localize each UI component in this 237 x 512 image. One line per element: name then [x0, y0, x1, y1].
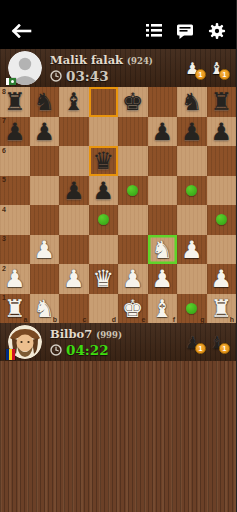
clock-icon — [50, 70, 62, 82]
file-label: d — [112, 316, 116, 323]
square-a3[interactable]: 3 — [0, 235, 30, 265]
opponent-avatar[interactable] — [8, 51, 42, 85]
square-g3[interactable]: ♟ — [177, 235, 207, 265]
square-e8[interactable]: ♚ — [118, 87, 148, 117]
piece-black-bishop[interactable]: ♝ — [63, 87, 85, 116]
square-e3[interactable] — [118, 235, 148, 265]
square-f2[interactable]: ♟ — [148, 264, 178, 294]
file-label: g — [200, 316, 204, 323]
square-c3[interactable] — [59, 235, 89, 265]
file-label: f — [173, 316, 175, 323]
file-label: c — [83, 316, 87, 323]
square-h4[interactable] — [207, 205, 237, 235]
piece-white-pawn[interactable]: ♟ — [181, 235, 203, 264]
piece-white-bishop[interactable]: ♝ — [151, 294, 173, 323]
square-g5[interactable] — [177, 176, 207, 206]
rank-label: 6 — [2, 147, 6, 154]
player-rating: (999) — [96, 330, 122, 340]
square-c6[interactable] — [59, 146, 89, 176]
opponent-name: Malik falak — [50, 53, 123, 67]
square-d5[interactable]: ♟ — [89, 176, 119, 206]
piece-white-pawn[interactable]: ♟ — [122, 264, 144, 293]
piece-black-knight[interactable]: ♞ — [181, 87, 203, 116]
square-f7[interactable]: ♟ — [148, 117, 178, 147]
square-g4[interactable] — [177, 205, 207, 235]
opponent-clock: 03:43 — [66, 68, 109, 84]
square-d3[interactable] — [89, 235, 119, 265]
square-b7[interactable]: ♟ — [30, 117, 60, 147]
piece-white-queen[interactable]: ♛ — [92, 264, 114, 293]
opponent-rating: (924) — [127, 56, 153, 66]
square-d7[interactable] — [89, 117, 119, 147]
square-d8[interactable] — [89, 87, 119, 117]
captured-count-badge: 1 — [195, 69, 206, 80]
player-clock: 04:22 — [66, 342, 109, 358]
square-b6[interactable] — [30, 146, 60, 176]
square-b1[interactable]: b♞ — [30, 294, 60, 324]
captured-count-badge: 1 — [219, 69, 230, 80]
legal-move-dot[interactable] — [186, 185, 197, 196]
back-arrow-icon — [10, 24, 32, 38]
player-bar: Bilbo7 (999) 04:22 ♟1♝1 — [0, 323, 236, 361]
square-g6[interactable] — [177, 146, 207, 176]
square-a8[interactable]: 8♜ — [0, 87, 30, 117]
square-e2[interactable]: ♟ — [118, 264, 148, 294]
legal-move-dot[interactable] — [127, 185, 138, 196]
square-e1[interactable]: e♚ — [118, 294, 148, 324]
piece-black-pawn[interactable]: ♟ — [151, 117, 173, 146]
square-f5[interactable] — [148, 176, 178, 206]
square-b3[interactable]: ♟ — [30, 235, 60, 265]
piece-black-pawn[interactable]: ♟ — [181, 117, 203, 146]
piece-white-knight[interactable]: ♞ — [33, 294, 55, 323]
player-info: Bilbo7 (999) 04:22 — [50, 327, 122, 358]
square-a5[interactable]: 5 — [0, 176, 30, 206]
square-e6[interactable] — [118, 146, 148, 176]
square-h2[interactable]: ♟ — [207, 264, 237, 294]
square-b2[interactable] — [30, 264, 60, 294]
square-f6[interactable] — [148, 146, 178, 176]
square-e4[interactable] — [118, 205, 148, 235]
square-a7[interactable]: 7♟ — [0, 117, 30, 147]
square-b5[interactable] — [30, 176, 60, 206]
captured-black-bishop: ♝1 — [209, 332, 224, 352]
chat-icon — [176, 23, 194, 39]
square-d6[interactable]: ♛ — [89, 146, 119, 176]
piece-white-pawn[interactable]: ♟ — [210, 264, 232, 293]
piece-white-pawn[interactable]: ♟ — [4, 264, 26, 293]
background-wood — [0, 361, 236, 512]
player-flag-icon — [6, 349, 15, 360]
piece-white-pawn[interactable]: ♟ — [151, 264, 173, 293]
square-h3[interactable] — [207, 235, 237, 265]
legal-move-dot[interactable] — [216, 214, 227, 225]
settings-button[interactable] — [208, 22, 226, 40]
captured-white-bishop: ♝1 — [209, 58, 224, 78]
square-h5[interactable] — [207, 176, 237, 206]
square-f4[interactable] — [148, 205, 178, 235]
captured-count-badge: 1 — [219, 343, 230, 354]
opponent-info: Malik falak (924) 03:43 — [50, 53, 153, 84]
player-avatar[interactable] — [8, 325, 42, 359]
square-h1[interactable]: h♜ — [207, 294, 237, 324]
square-g8[interactable]: ♞ — [177, 87, 207, 117]
square-f8[interactable] — [148, 87, 178, 117]
square-c7[interactable] — [59, 117, 89, 147]
square-f3[interactable]: ♞ — [148, 235, 178, 265]
square-e7[interactable] — [118, 117, 148, 147]
legal-move-dot[interactable] — [98, 214, 109, 225]
piece-black-rook[interactable]: ♜ — [210, 87, 232, 116]
piece-white-king[interactable]: ♚ — [122, 294, 144, 323]
back-button[interactable] — [10, 24, 32, 38]
clock-icon — [50, 344, 62, 356]
square-b4[interactable] — [30, 205, 60, 235]
top-bar-actions — [146, 22, 226, 40]
square-g2[interactable] — [177, 264, 207, 294]
chat-button[interactable] — [176, 23, 194, 39]
piece-black-rook[interactable]: ♜ — [4, 87, 26, 116]
player-name: Bilbo7 — [50, 327, 92, 341]
square-c1[interactable]: c — [59, 294, 89, 324]
square-d4[interactable] — [89, 205, 119, 235]
moves-list-icon — [146, 23, 162, 38]
square-d1[interactable]: d — [89, 294, 119, 324]
piece-white-rook[interactable]: ♜ — [4, 294, 26, 323]
rank-label: 5 — [2, 176, 6, 183]
captured-black-pawn: ♟1 — [185, 332, 200, 352]
piece-black-knight[interactable]: ♞ — [33, 87, 55, 116]
opponent-flag-icon — [6, 78, 16, 85]
opponent-captured-tray: ♟1♝1 — [185, 58, 228, 78]
moves-list-button[interactable] — [146, 23, 162, 38]
captured-white-pawn: ♟1 — [185, 58, 200, 78]
square-d2[interactable]: ♛ — [89, 264, 119, 294]
piece-black-pawn[interactable]: ♟ — [4, 117, 26, 146]
opponent-bar: Malik falak (924) 03:43 ♟1♝1 — [0, 49, 236, 87]
piece-white-knight[interactable]: ♞ — [151, 235, 173, 264]
rank-label: 4 — [2, 206, 6, 213]
piece-black-king[interactable]: ♚ — [122, 87, 144, 116]
gear-icon — [208, 22, 226, 40]
piece-white-pawn[interactable]: ♟ — [33, 235, 55, 264]
piece-black-pawn[interactable]: ♟ — [63, 176, 85, 205]
square-c8[interactable]: ♝ — [59, 87, 89, 117]
square-g7[interactable]: ♟ — [177, 117, 207, 147]
square-a1[interactable]: 1a♜ — [0, 294, 30, 324]
piece-black-queen[interactable]: ♛ — [92, 146, 114, 175]
piece-white-rook[interactable]: ♜ — [210, 294, 232, 323]
square-a2[interactable]: 2♟ — [0, 264, 30, 294]
piece-white-pawn[interactable]: ♟ — [63, 264, 85, 293]
chess-app-screen: Malik falak (924) 03:43 ♟1♝1 8♜♞♝♚♞♜7♟♟♟… — [0, 0, 236, 512]
piece-black-pawn[interactable]: ♟ — [210, 117, 232, 146]
rank-label: 3 — [2, 235, 6, 242]
square-h6[interactable] — [207, 146, 237, 176]
square-g1[interactable]: g — [177, 294, 207, 324]
legal-move-dot[interactable] — [186, 303, 197, 314]
square-f1[interactable]: f♝ — [148, 294, 178, 324]
square-h7[interactable]: ♟ — [207, 117, 237, 147]
square-c4[interactable] — [59, 205, 89, 235]
captured-count-badge: 1 — [195, 343, 206, 354]
square-h8[interactable]: ♜ — [207, 87, 237, 117]
chess-board: 8♜♞♝♚♞♜7♟♟♟♟♟6♛5♟♟43♟♞♟2♟♟♛♟♟♟1a♜b♞cde♚f… — [0, 87, 236, 323]
piece-black-pawn[interactable]: ♟ — [92, 176, 114, 205]
top-bar — [0, 0, 236, 49]
square-a6[interactable]: 6 — [0, 146, 30, 176]
square-e5[interactable] — [118, 176, 148, 206]
piece-black-pawn[interactable]: ♟ — [33, 117, 55, 146]
square-b8[interactable]: ♞ — [30, 87, 60, 117]
square-a4[interactable]: 4 — [0, 205, 30, 235]
square-c5[interactable]: ♟ — [59, 176, 89, 206]
square-c2[interactable]: ♟ — [59, 264, 89, 294]
player-captured-tray: ♟1♝1 — [185, 332, 228, 352]
